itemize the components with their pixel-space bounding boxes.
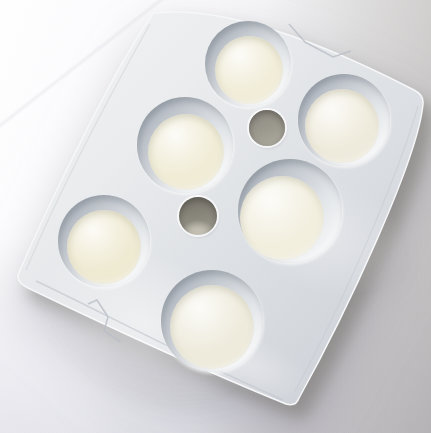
palette-well-1 (205, 21, 291, 107)
palette-well-3 (137, 97, 233, 193)
finger-hole-2 (179, 197, 217, 235)
finger-hole-1 (249, 110, 285, 146)
well-bottom-6 (170, 285, 254, 369)
palette-well-5 (58, 195, 150, 287)
well-bottom-1 (215, 36, 283, 104)
photo-scene (0, 0, 431, 433)
palette-well-2 (298, 74, 390, 166)
well-bottom-5 (67, 210, 141, 284)
palette-well-4 (238, 159, 342, 263)
palette-well-6 (161, 270, 263, 372)
well-bottom-2 (305, 89, 379, 163)
well-bottom-4 (240, 176, 324, 260)
well-bottom-3 (148, 114, 224, 190)
